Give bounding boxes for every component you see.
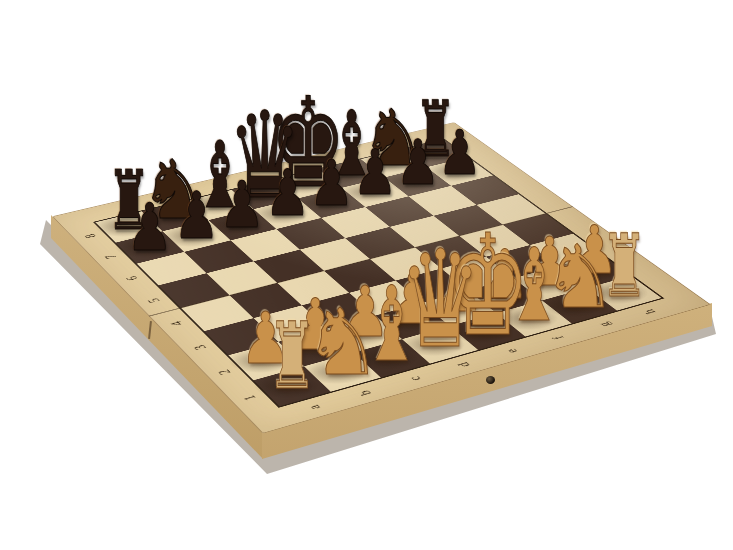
black-pawn-a7[interactable]: ♟ — [124, 195, 176, 260]
photo-canvas: 87654321abcdefgh ♜♞♝♛♚♝♞♜♟♟♟♟♟♟♟♟♟♟♟♟♟♟♟… — [0, 0, 733, 550]
black-pawn-b7[interactable]: ♟ — [171, 184, 223, 249]
black-pawn-d7[interactable]: ♟ — [262, 162, 313, 226]
black-pawn-c7[interactable]: ♟ — [217, 173, 268, 237]
black-pawn-f7[interactable]: ♟ — [350, 142, 400, 205]
white-rook-a1[interactable]: ♜ — [264, 310, 319, 402]
black-pawn-e7[interactable]: ♟ — [306, 152, 356, 215]
pieces-layer: ♜♞♝♛♚♝♞♜♟♟♟♟♟♟♟♟♟♟♟♟♟♟♟♟♜♞♝♛♚♝♞♜ — [0, 0, 733, 550]
